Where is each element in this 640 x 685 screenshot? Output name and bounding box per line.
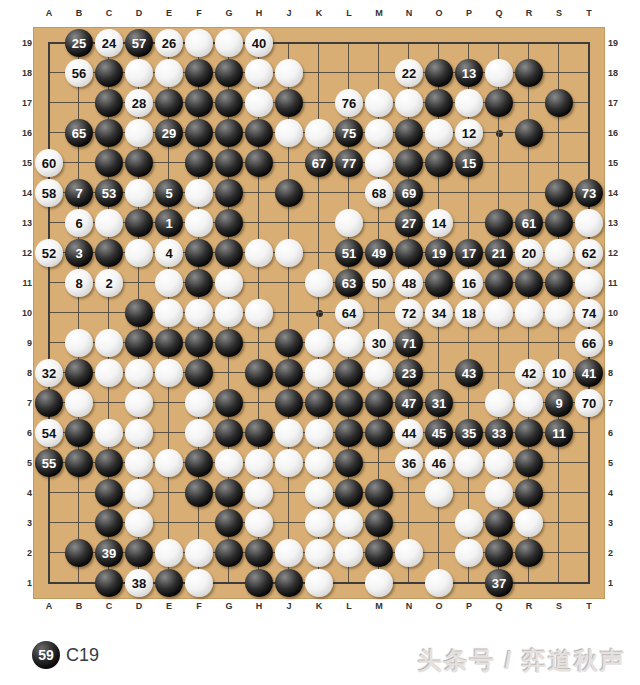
- white-stone-D4: [125, 479, 153, 507]
- white-stone-H12: [245, 239, 273, 267]
- point-O13: 14: [424, 208, 454, 238]
- point-H1: [244, 568, 274, 598]
- point-T18: [574, 58, 604, 88]
- white-stone-P17: [455, 89, 483, 117]
- white-stone-T13: [575, 209, 603, 237]
- point-S1: [544, 568, 574, 598]
- point-L10: 64: [334, 298, 364, 328]
- white-stone-E10: [155, 299, 183, 327]
- white-stone-K6: [305, 419, 333, 447]
- point-G6: [214, 418, 244, 448]
- point-R2: [514, 538, 544, 568]
- white-stone-M16: [365, 119, 393, 147]
- black-stone-B5: [65, 449, 93, 477]
- col-label-C: C: [94, 601, 124, 611]
- point-E10: [154, 298, 184, 328]
- white-stone-H18: [245, 59, 273, 87]
- point-Q9: [484, 328, 514, 358]
- black-stone-G18: [215, 59, 243, 87]
- point-C1: [94, 568, 124, 598]
- black-stone-D2: [125, 539, 153, 567]
- point-R4: [514, 478, 544, 508]
- black-stone-H16: [245, 119, 273, 147]
- black-stone-J8: [275, 359, 303, 387]
- point-K11: [304, 268, 334, 298]
- black-stone-M3: [365, 509, 393, 537]
- point-M12: 49: [364, 238, 394, 268]
- row-label-7: 7: [608, 388, 628, 418]
- white-stone-Q7: [485, 389, 513, 417]
- white-stone-C13: [95, 209, 123, 237]
- black-stone-G4: [215, 479, 243, 507]
- point-K12: [304, 238, 334, 268]
- point-B3: [64, 508, 94, 538]
- point-F5: [184, 448, 214, 478]
- white-stone-P3: [455, 509, 483, 537]
- row-label-8: 8: [608, 358, 628, 388]
- col-label-D: D: [124, 8, 154, 18]
- point-J12: [274, 238, 304, 268]
- point-S19: [544, 28, 574, 58]
- point-S4: [544, 478, 574, 508]
- point-G12: [214, 238, 244, 268]
- col-label-N: N: [394, 601, 424, 611]
- point-D15: [124, 148, 154, 178]
- point-G9: [214, 328, 244, 358]
- point-Q6: 33: [484, 418, 514, 448]
- point-P13: [454, 208, 484, 238]
- point-M10: [364, 298, 394, 328]
- row-label-11: 11: [608, 268, 628, 298]
- white-stone-F13: [185, 209, 213, 237]
- point-P7: [454, 388, 484, 418]
- point-F19: [184, 28, 214, 58]
- col-label-L: L: [334, 601, 364, 611]
- white-stone-B7: [65, 389, 93, 417]
- point-D6: [124, 418, 154, 448]
- point-T17: [574, 88, 604, 118]
- point-P12: 17: [454, 238, 484, 268]
- point-R15: [514, 148, 544, 178]
- point-B17: [64, 88, 94, 118]
- white-stone-M9-move-30: 30: [365, 329, 393, 357]
- point-A6: 54: [34, 418, 64, 448]
- point-E4: [154, 478, 184, 508]
- point-H19: 40: [244, 28, 274, 58]
- white-stone-R3: [515, 509, 543, 537]
- point-G3: [214, 508, 244, 538]
- point-T10: 74: [574, 298, 604, 328]
- point-J1: [274, 568, 304, 598]
- point-M8: [364, 358, 394, 388]
- white-stone-S10: [545, 299, 573, 327]
- point-K9: [304, 328, 334, 358]
- black-stone-C5: [95, 449, 123, 477]
- black-stone-C1: [95, 569, 123, 597]
- point-R17: [514, 88, 544, 118]
- row-label-12: 12: [608, 238, 628, 268]
- point-G19: [214, 28, 244, 58]
- point-D11: [124, 268, 154, 298]
- point-E17: [154, 88, 184, 118]
- white-stone-G10: [215, 299, 243, 327]
- point-J10: [274, 298, 304, 328]
- col-label-B: B: [64, 8, 94, 18]
- black-stone-Q2: [485, 539, 513, 567]
- black-stone-R11: [515, 269, 543, 297]
- point-H16: [244, 118, 274, 148]
- col-label-O: O: [424, 8, 454, 18]
- point-O10: 34: [424, 298, 454, 328]
- col-label-A: A: [34, 8, 64, 18]
- white-stone-Q5: [485, 449, 513, 477]
- point-Q7: [484, 388, 514, 418]
- point-F11: [184, 268, 214, 298]
- black-stone-M12-move-49: 49: [365, 239, 393, 267]
- black-stone-B6: [65, 419, 93, 447]
- point-P8: 43: [454, 358, 484, 388]
- point-B13: 6: [64, 208, 94, 238]
- point-A11: [34, 268, 64, 298]
- point-P15: 15: [454, 148, 484, 178]
- white-stone-J12: [275, 239, 303, 267]
- white-stone-D12: [125, 239, 153, 267]
- black-stone-Q3: [485, 509, 513, 537]
- black-stone-E14-move-5: 5: [155, 179, 183, 207]
- black-stone-H8: [245, 359, 273, 387]
- black-stone-T14-move-73: 73: [575, 179, 603, 207]
- point-L11: 63: [334, 268, 364, 298]
- point-B11: 8: [64, 268, 94, 298]
- point-G13: [214, 208, 244, 238]
- point-L16: 75: [334, 118, 364, 148]
- white-stone-C19-move-24: 24: [95, 29, 123, 57]
- point-R7: [514, 388, 544, 418]
- point-Q4: [484, 478, 514, 508]
- point-C5: [94, 448, 124, 478]
- black-stone-R2: [515, 539, 543, 567]
- black-stone-Q12-move-21: 21: [485, 239, 513, 267]
- black-stone-N12: [395, 239, 423, 267]
- point-L18: [334, 58, 364, 88]
- point-L1: [334, 568, 364, 598]
- point-Q16: [484, 118, 514, 148]
- point-E3: [154, 508, 184, 538]
- point-S10: [544, 298, 574, 328]
- col-label-M: M: [364, 601, 394, 611]
- point-S16: [544, 118, 574, 148]
- point-O14: [424, 178, 454, 208]
- black-stone-E16-move-29: 29: [155, 119, 183, 147]
- white-stone-N18-move-22: 22: [395, 59, 423, 87]
- white-stone-R10: [515, 299, 543, 327]
- white-stone-D17-move-28: 28: [125, 89, 153, 117]
- row-label-6: 6: [608, 418, 628, 448]
- point-D1: 38: [124, 568, 154, 598]
- row-label-19: 19: [14, 28, 32, 58]
- black-stone-G17: [215, 89, 243, 117]
- black-stone-G16: [215, 119, 243, 147]
- black-stone-P12-move-17: 17: [455, 239, 483, 267]
- black-stone-A5-move-55: 55: [35, 449, 63, 477]
- row-label-9: 9: [608, 328, 628, 358]
- point-D7: [124, 388, 154, 418]
- point-M11: 50: [364, 268, 394, 298]
- point-F1: [184, 568, 214, 598]
- point-T9: 66: [574, 328, 604, 358]
- point-E15: [154, 148, 184, 178]
- point-F18: [184, 58, 214, 88]
- point-J18: [274, 58, 304, 88]
- point-G8: [214, 358, 244, 388]
- point-M2: [364, 538, 394, 568]
- black-stone-N7-move-47: 47: [395, 389, 423, 417]
- point-T11: [574, 268, 604, 298]
- white-stone-P2: [455, 539, 483, 567]
- black-stone-P15-move-15: 15: [455, 149, 483, 177]
- white-stone-F14: [185, 179, 213, 207]
- black-stone-C2-move-39: 39: [95, 539, 123, 567]
- row-label-11: 11: [14, 268, 32, 298]
- point-P14: [454, 178, 484, 208]
- point-B8: [64, 358, 94, 388]
- point-R18: [514, 58, 544, 88]
- point-Q11: [484, 268, 514, 298]
- black-stone-D10: [125, 299, 153, 327]
- point-K5: [304, 448, 334, 478]
- white-stone-P10-move-18: 18: [455, 299, 483, 327]
- white-stone-L9: [335, 329, 363, 357]
- white-stone-D5: [125, 449, 153, 477]
- point-G15: [214, 148, 244, 178]
- black-stone-G3: [215, 509, 243, 537]
- point-D19: 57: [124, 28, 154, 58]
- point-A9: [34, 328, 64, 358]
- point-H7: [244, 388, 274, 418]
- point-O8: [424, 358, 454, 388]
- point-A18: [34, 58, 64, 88]
- point-C11: 2: [94, 268, 124, 298]
- black-stone-F12: [185, 239, 213, 267]
- point-Q3: [484, 508, 514, 538]
- black-stone-R16: [515, 119, 543, 147]
- white-stone-H4: [245, 479, 273, 507]
- white-stone-E8: [155, 359, 183, 387]
- point-T4: [574, 478, 604, 508]
- white-stone-R12-move-20: 20: [515, 239, 543, 267]
- point-S2: [544, 538, 574, 568]
- point-A7: [34, 388, 64, 418]
- point-G17: [214, 88, 244, 118]
- white-stone-S12: [545, 239, 573, 267]
- point-B14: 7: [64, 178, 94, 208]
- black-stone-Q11: [485, 269, 513, 297]
- white-stone-R8-move-42: 42: [515, 359, 543, 387]
- point-T14: 73: [574, 178, 604, 208]
- point-L4: [334, 478, 364, 508]
- point-O5: 46: [424, 448, 454, 478]
- point-G2: [214, 538, 244, 568]
- white-stone-G5: [215, 449, 243, 477]
- black-stone-B12-move-3: 3: [65, 239, 93, 267]
- point-A10: [34, 298, 64, 328]
- black-stone-L11-move-63: 63: [335, 269, 363, 297]
- point-K14: [304, 178, 334, 208]
- black-stone-M2: [365, 539, 393, 567]
- white-stone-K11: [305, 269, 333, 297]
- black-stone-S6-move-11: 11: [545, 419, 573, 447]
- point-P16: 12: [454, 118, 484, 148]
- point-H14: [244, 178, 274, 208]
- point-C8: [94, 358, 124, 388]
- black-stone-L4: [335, 479, 363, 507]
- point-C13: [94, 208, 124, 238]
- point-H9: [244, 328, 274, 358]
- point-G5: [214, 448, 244, 478]
- white-stone-O16: [425, 119, 453, 147]
- point-H18: [244, 58, 274, 88]
- white-stone-K1: [305, 569, 333, 597]
- point-C4: [94, 478, 124, 508]
- black-stone-R18: [515, 59, 543, 87]
- point-F3: [184, 508, 214, 538]
- point-P9: [454, 328, 484, 358]
- point-H8: [244, 358, 274, 388]
- col-label-H: H: [244, 8, 274, 18]
- point-O4: [424, 478, 454, 508]
- col-label-G: G: [214, 8, 244, 18]
- point-K8: [304, 358, 334, 388]
- white-stone-B13-move-6: 6: [65, 209, 93, 237]
- white-stone-T11: [575, 269, 603, 297]
- go-board: 2524572640562213287665297512606777155875…: [33, 27, 605, 599]
- white-stone-A8-move-32: 32: [35, 359, 63, 387]
- black-stone-K15-move-67: 67: [305, 149, 333, 177]
- col-label-J: J: [274, 8, 304, 18]
- white-stone-H5: [245, 449, 273, 477]
- point-K17: [304, 88, 334, 118]
- black-stone-P6-move-35: 35: [455, 419, 483, 447]
- point-H13: [244, 208, 274, 238]
- black-stone-R6: [515, 419, 543, 447]
- black-stone-M4: [365, 479, 393, 507]
- black-stone-O15: [425, 149, 453, 177]
- col-label-O: O: [424, 601, 454, 611]
- point-P5: [454, 448, 484, 478]
- black-stone-C15: [95, 149, 123, 177]
- black-stone-A7: [35, 389, 63, 417]
- row-label-13: 13: [608, 208, 628, 238]
- black-stone-L6: [335, 419, 363, 447]
- point-A12: 52: [34, 238, 64, 268]
- white-stone-C6: [95, 419, 123, 447]
- white-stone-M8: [365, 359, 393, 387]
- black-stone-N8-move-23: 23: [395, 359, 423, 387]
- row-label-7: 7: [14, 388, 32, 418]
- black-stone-N16: [395, 119, 423, 147]
- point-S12: [544, 238, 574, 268]
- black-stone-Q17: [485, 89, 513, 117]
- black-stone-F18: [185, 59, 213, 87]
- white-stone-E11: [155, 269, 183, 297]
- white-stone-O1: [425, 569, 453, 597]
- point-S6: 11: [544, 418, 574, 448]
- black-stone-O11: [425, 269, 453, 297]
- white-stone-M14-move-68: 68: [365, 179, 393, 207]
- point-C17: [94, 88, 124, 118]
- white-stone-B9: [65, 329, 93, 357]
- point-R9: [514, 328, 544, 358]
- white-stone-G11: [215, 269, 243, 297]
- point-A19: [34, 28, 64, 58]
- white-stone-K5: [305, 449, 333, 477]
- point-H3: [244, 508, 274, 538]
- black-stone-J17: [275, 89, 303, 117]
- col-label-F: F: [184, 601, 214, 611]
- point-B19: 25: [64, 28, 94, 58]
- point-G10: [214, 298, 244, 328]
- point-Q13: [484, 208, 514, 238]
- row-label-10: 10: [608, 298, 628, 328]
- black-stone-N13-move-27: 27: [395, 209, 423, 237]
- point-E18: [154, 58, 184, 88]
- black-stone-O6-move-45: 45: [425, 419, 453, 447]
- row-label-16: 16: [608, 118, 628, 148]
- black-stone-B19-move-25: 25: [65, 29, 93, 57]
- point-Q14: [484, 178, 514, 208]
- black-stone-E9: [155, 329, 183, 357]
- point-F13: [184, 208, 214, 238]
- black-stone-R4: [515, 479, 543, 507]
- point-T1: [574, 568, 604, 598]
- col-label-S: S: [544, 601, 574, 611]
- point-N2: [394, 538, 424, 568]
- point-M5: [364, 448, 394, 478]
- row-label-17: 17: [608, 88, 628, 118]
- point-P3: [454, 508, 484, 538]
- point-D2: [124, 538, 154, 568]
- white-stone-Q10: [485, 299, 513, 327]
- black-stone-F9: [185, 329, 213, 357]
- point-M19: [364, 28, 394, 58]
- point-D4: [124, 478, 154, 508]
- white-stone-P16-move-12: 12: [455, 119, 483, 147]
- white-stone-K8: [305, 359, 333, 387]
- point-M13: [364, 208, 394, 238]
- white-stone-Q4: [485, 479, 513, 507]
- point-K16: [304, 118, 334, 148]
- point-R8: 42: [514, 358, 544, 388]
- point-D13: [124, 208, 154, 238]
- white-stone-J5: [275, 449, 303, 477]
- white-stone-O13-move-14: 14: [425, 209, 453, 237]
- point-Q5: [484, 448, 514, 478]
- point-S15: [544, 148, 574, 178]
- white-stone-K16: [305, 119, 333, 147]
- point-T19: [574, 28, 604, 58]
- point-J13: [274, 208, 304, 238]
- white-stone-F19: [185, 29, 213, 57]
- point-A14: 58: [34, 178, 64, 208]
- point-L19: [334, 28, 364, 58]
- col-label-P: P: [454, 8, 484, 18]
- col-label-D: D: [124, 601, 154, 611]
- black-stone-M7: [365, 389, 393, 417]
- row-label-15: 15: [14, 148, 32, 178]
- point-Q12: 21: [484, 238, 514, 268]
- col-label-S: S: [544, 8, 574, 18]
- point-E9: [154, 328, 184, 358]
